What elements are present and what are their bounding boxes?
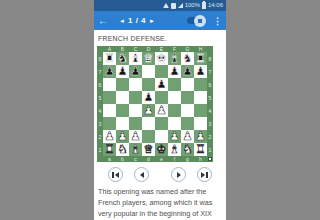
white-rook: ♜ (104, 143, 114, 156)
file-label: e (155, 156, 168, 162)
square-b5[interactable] (116, 91, 129, 104)
square-d1[interactable]: ♛ (142, 143, 155, 156)
step-back-button[interactable] (134, 167, 149, 182)
white-pawn: ♟ (143, 104, 153, 117)
square-f6[interactable] (168, 78, 181, 91)
square-a6[interactable] (103, 78, 116, 91)
square-d3[interactable] (142, 117, 155, 130)
white-knight: ♞ (182, 143, 192, 156)
file-label: h (194, 156, 207, 162)
rank-label: 3 (207, 117, 213, 130)
black-king: ♚ (156, 52, 166, 65)
skip-start-button[interactable] (108, 167, 123, 182)
rank-label: 7 (207, 65, 213, 78)
black-pawn: ♟ (130, 65, 140, 78)
square-h1[interactable]: ♜ (194, 143, 207, 156)
square-c5[interactable] (129, 91, 142, 104)
battery-percent: 100% (185, 0, 200, 11)
square-d8[interactable]: ♛ (142, 52, 155, 65)
white-bishop: ♝ (169, 143, 179, 156)
square-c1[interactable]: ♝ (129, 143, 142, 156)
square-h4[interactable] (194, 104, 207, 117)
square-f5[interactable] (168, 91, 181, 104)
skip-end-button[interactable] (197, 167, 212, 182)
square-e1[interactable]: ♚ (155, 143, 168, 156)
prev-page-button[interactable]: ◄ (119, 18, 125, 24)
toggle-thumb-icon (194, 15, 206, 27)
square-a7[interactable]: ♟ (103, 65, 116, 78)
square-b1[interactable]: ♞ (116, 143, 129, 156)
step-forward-button[interactable] (171, 167, 186, 182)
battery-icon (202, 2, 206, 9)
nav-bar: ← ◄ 1 / 4 ► ⋮ (94, 11, 226, 30)
square-d4[interactable]: ♟ (142, 104, 155, 117)
file-label: a (103, 156, 116, 162)
square-a1[interactable]: ♜ (103, 143, 116, 156)
board-icon (197, 18, 203, 24)
white-bishop: ♝ (130, 143, 140, 156)
playback-controls (94, 167, 226, 182)
page-counter: 1 / 4 (128, 16, 146, 25)
black-pawn: ♟ (104, 65, 114, 78)
black-queen: ♛ (143, 52, 153, 65)
overflow-menu-button[interactable]: ⋮ (213, 16, 222, 26)
sim-icon (171, 3, 176, 9)
white-pawn: ♟ (156, 104, 166, 117)
board-toggle[interactable] (187, 16, 206, 26)
black-pawn: ♟ (182, 65, 192, 78)
square-e6[interactable]: ♟ (155, 78, 168, 91)
next-page-button[interactable]: ► (149, 18, 155, 24)
square-f4[interactable] (168, 104, 181, 117)
opening-title: FRENCH DEFENSE. (98, 35, 226, 42)
skip-start-icon (112, 172, 114, 178)
file-label: g (181, 156, 194, 162)
square-a4[interactable] (103, 104, 116, 117)
square-g7[interactable]: ♟ (181, 65, 194, 78)
square-g1[interactable]: ♞ (181, 143, 194, 156)
white-queen: ♛ (143, 143, 153, 156)
clock: 14:06 (208, 0, 223, 11)
white-king: ♚ (156, 143, 166, 156)
square-e4[interactable]: ♟ (155, 104, 168, 117)
square-g6[interactable] (181, 78, 194, 91)
file-label: d (142, 156, 155, 162)
square-e8[interactable]: ♚ (155, 52, 168, 65)
skip-end-icon (201, 172, 205, 178)
square-c6[interactable] (129, 78, 142, 91)
skip-start-icon (115, 172, 119, 178)
rank-label: 1 (207, 143, 213, 156)
white-knight: ♞ (117, 143, 127, 156)
square-h5[interactable] (194, 91, 207, 104)
square-e3[interactable] (155, 117, 168, 130)
file-label: c (129, 156, 142, 162)
square-h7[interactable]: ♟ (194, 65, 207, 78)
step-forward-icon (177, 172, 181, 178)
wifi-icon (163, 3, 169, 8)
square-a5[interactable] (103, 91, 116, 104)
skip-end-icon (206, 172, 208, 178)
square-b7[interactable]: ♟ (116, 65, 129, 78)
square-c7[interactable]: ♟ (129, 65, 142, 78)
chess-board: ABCDEFGH8♜♞♝♛♚♝♞♜87♟♟♟♟♟♟76♟65♟54♟♟4332♟… (97, 46, 213, 162)
square-b6[interactable] (116, 78, 129, 91)
black-pawn: ♟ (156, 78, 166, 91)
square-g5[interactable] (181, 91, 194, 104)
square-c4[interactable] (129, 104, 142, 117)
status-bar: 100% 14:06 (94, 0, 226, 11)
app-screen: 100% 14:06 ← ◄ 1 / 4 ► ⋮ FRENCH DEFENSE.… (94, 0, 226, 220)
signal-icon (178, 3, 183, 8)
opening-description: This opening was named after the French … (98, 187, 222, 220)
square-g4[interactable] (181, 104, 194, 117)
black-pawn: ♟ (117, 65, 127, 78)
side-to-move-indicator (207, 156, 213, 162)
square-f1[interactable]: ♝ (168, 143, 181, 156)
rank-label: 2 (207, 130, 213, 143)
square-h6[interactable] (194, 78, 207, 91)
back-button[interactable]: ← (98, 11, 108, 30)
white-rook: ♜ (195, 143, 205, 156)
black-pawn: ♟ (195, 65, 205, 78)
file-label: b (116, 156, 129, 162)
step-back-icon (140, 172, 144, 178)
rank-label: 8 (207, 52, 213, 65)
rank-label: 4 (207, 104, 213, 117)
square-d7[interactable] (142, 65, 155, 78)
black-pawn: ♟ (169, 65, 179, 78)
page-pager: ◄ 1 / 4 ► (119, 16, 155, 25)
square-f7[interactable]: ♟ (168, 65, 181, 78)
file-label: f (168, 156, 181, 162)
rank-label: 6 (207, 78, 213, 91)
square-b4[interactable] (116, 104, 129, 117)
rank-label: 5 (207, 91, 213, 104)
